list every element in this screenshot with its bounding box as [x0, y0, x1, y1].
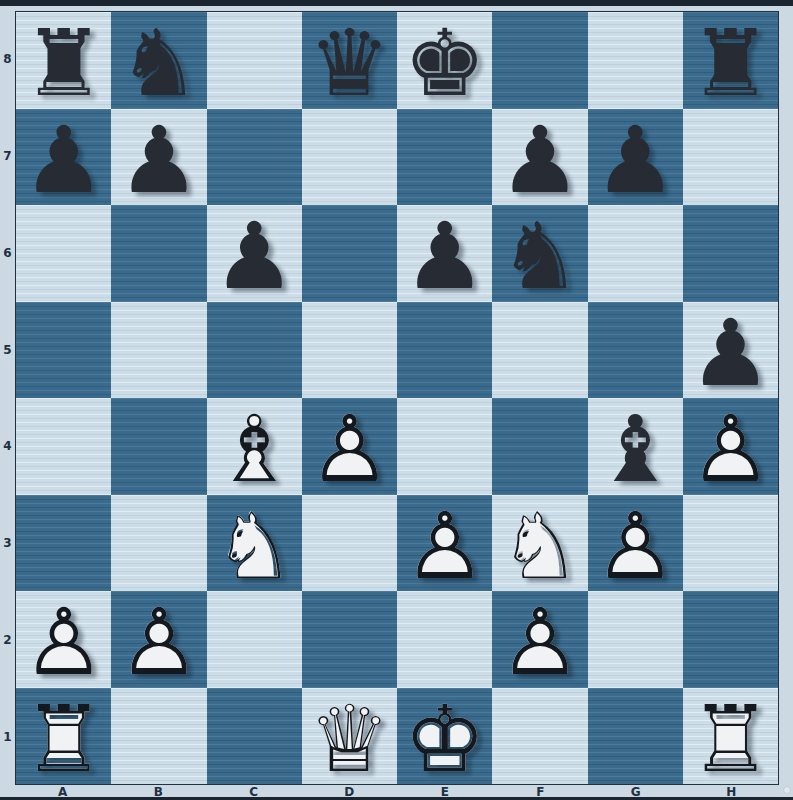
black-rook-piece: ♜	[684, 18, 776, 110]
square-b7[interactable]: ♟	[111, 109, 206, 206]
black-pawn-piece: ♟	[18, 115, 110, 207]
rank-label-4: 4	[0, 398, 15, 495]
square-g3[interactable]: ♟♙	[588, 495, 683, 592]
square-c1[interactable]	[207, 688, 302, 785]
white-queen-piece: ♛♕	[303, 694, 395, 786]
square-f4[interactable]	[492, 398, 587, 495]
square-d8[interactable]: ♛	[302, 12, 397, 109]
black-pawn-piece: ♟	[208, 211, 300, 303]
white-pawn-piece: ♟♙	[399, 501, 491, 593]
square-e2[interactable]	[397, 591, 492, 688]
square-f8[interactable]	[492, 12, 587, 109]
chess-board: ♜♞♛♚♜♟♟♟♟♟♟♞♟♝♗♟♙♝♟♙♞♘♟♙♞♘♟♙♟♙♟♙♟♙♜♖♛♕♚♔…	[15, 11, 779, 785]
white-knight-piece: ♞♘	[494, 501, 586, 593]
top-border-bar	[0, 0, 793, 6]
square-e6[interactable]: ♟	[397, 205, 492, 302]
square-a1[interactable]: ♜♖	[16, 688, 111, 785]
square-e5[interactable]	[397, 302, 492, 399]
white-bishop-piece: ♝♗	[208, 404, 300, 496]
black-bishop-piece: ♝	[589, 404, 681, 496]
white-rook-piece: ♜♖	[18, 694, 110, 786]
white-pawn-piece: ♟♙	[303, 404, 395, 496]
square-b1[interactable]	[111, 688, 206, 785]
square-c6[interactable]: ♟	[207, 205, 302, 302]
square-a5[interactable]	[16, 302, 111, 399]
square-d6[interactable]	[302, 205, 397, 302]
square-g5[interactable]	[588, 302, 683, 399]
rank-label-8: 8	[0, 11, 15, 108]
square-a4[interactable]	[16, 398, 111, 495]
square-h5[interactable]: ♟	[683, 302, 778, 399]
square-d3[interactable]	[302, 495, 397, 592]
black-pawn-piece: ♟	[399, 211, 491, 303]
square-a2[interactable]: ♟♙	[16, 591, 111, 688]
rank-label-3: 3	[0, 495, 15, 592]
square-b8[interactable]: ♞	[111, 12, 206, 109]
square-a7[interactable]: ♟	[16, 109, 111, 206]
white-knight-piece: ♞♘	[208, 501, 300, 593]
square-f7[interactable]: ♟	[492, 109, 587, 206]
rank-label-7: 7	[0, 108, 15, 205]
square-g1[interactable]	[588, 688, 683, 785]
white-pawn-piece: ♟♙	[684, 404, 776, 496]
square-b6[interactable]	[111, 205, 206, 302]
square-b2[interactable]: ♟♙	[111, 591, 206, 688]
black-pawn-piece: ♟	[113, 115, 205, 207]
square-a3[interactable]	[16, 495, 111, 592]
square-a8[interactable]: ♜	[16, 12, 111, 109]
square-c7[interactable]	[207, 109, 302, 206]
square-d5[interactable]	[302, 302, 397, 399]
square-c2[interactable]	[207, 591, 302, 688]
square-g6[interactable]	[588, 205, 683, 302]
square-e7[interactable]	[397, 109, 492, 206]
square-e8[interactable]: ♚	[397, 12, 492, 109]
black-queen-piece: ♛	[303, 18, 395, 110]
rank-label-6: 6	[0, 205, 15, 302]
chess-diagram-page: 87654321 ♜♞♛♚♜♟♟♟♟♟♟♞♟♝♗♟♙♝♟♙♞♘♟♙♞♘♟♙♟♙♟…	[0, 0, 793, 800]
black-pawn-piece: ♟	[494, 115, 586, 207]
square-h4[interactable]: ♟♙	[683, 398, 778, 495]
square-d1[interactable]: ♛♕	[302, 688, 397, 785]
square-d2[interactable]	[302, 591, 397, 688]
black-pawn-piece: ♟	[684, 308, 776, 400]
white-pawn-piece: ♟♙	[18, 597, 110, 689]
square-g8[interactable]	[588, 12, 683, 109]
square-h6[interactable]	[683, 205, 778, 302]
square-d4[interactable]: ♟♙	[302, 398, 397, 495]
rank-label-1: 1	[0, 688, 15, 785]
corner-dot	[783, 786, 791, 794]
white-rook-piece: ♜♖	[684, 694, 776, 786]
square-f2[interactable]: ♟♙	[492, 591, 587, 688]
square-h8[interactable]: ♜	[683, 12, 778, 109]
square-a6[interactable]	[16, 205, 111, 302]
rank-labels: 87654321	[0, 11, 15, 785]
square-f1[interactable]	[492, 688, 587, 785]
rank-label-5: 5	[0, 301, 15, 398]
square-c4[interactable]: ♝♗	[207, 398, 302, 495]
square-g2[interactable]	[588, 591, 683, 688]
square-c8[interactable]	[207, 12, 302, 109]
square-d7[interactable]	[302, 109, 397, 206]
square-g4[interactable]: ♝	[588, 398, 683, 495]
black-king-piece: ♚	[399, 18, 491, 110]
square-e3[interactable]: ♟♙	[397, 495, 492, 592]
square-h1[interactable]: ♜♖	[683, 688, 778, 785]
black-pawn-piece: ♟	[589, 115, 681, 207]
black-knight-piece: ♞	[113, 18, 205, 110]
square-c3[interactable]: ♞♘	[207, 495, 302, 592]
black-rook-piece: ♜	[18, 18, 110, 110]
white-pawn-piece: ♟♙	[494, 597, 586, 689]
black-knight-piece: ♞	[494, 211, 586, 303]
square-h7[interactable]	[683, 109, 778, 206]
square-c5[interactable]	[207, 302, 302, 399]
square-e4[interactable]	[397, 398, 492, 495]
square-e1[interactable]: ♚♔	[397, 688, 492, 785]
square-b5[interactable]	[111, 302, 206, 399]
square-h2[interactable]	[683, 591, 778, 688]
white-pawn-piece: ♟♙	[589, 501, 681, 593]
square-f6[interactable]: ♞	[492, 205, 587, 302]
square-g7[interactable]: ♟	[588, 109, 683, 206]
square-b3[interactable]	[111, 495, 206, 592]
square-f3[interactable]: ♞♘	[492, 495, 587, 592]
square-h3[interactable]	[683, 495, 778, 592]
square-f5[interactable]	[492, 302, 587, 399]
rank-label-2: 2	[0, 592, 15, 689]
white-king-piece: ♚♔	[399, 694, 491, 786]
white-pawn-piece: ♟♙	[113, 597, 205, 689]
square-b4[interactable]	[111, 398, 206, 495]
